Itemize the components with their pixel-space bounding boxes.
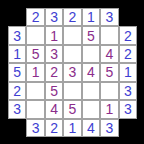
grid-cell-r2c5[interactable]: 4 <box>100 45 118 63</box>
corner-gap <box>8 119 26 137</box>
clue-cell-left-2: 1 <box>8 45 26 63</box>
clue-cell-top-4: 1 <box>82 8 100 26</box>
clue-cell-bottom-5: 3 <box>100 119 118 137</box>
clue-cell-left-3: 5 <box>8 63 26 81</box>
grid-cell-r2c2[interactable]: 3 <box>45 45 63 63</box>
grid-cell-r5c5[interactable]: 1 <box>100 100 118 118</box>
skyscrapers-puzzle-screen: 2321331521534251234512533451332143 <box>0 0 144 144</box>
clue-cell-right-4: 3 <box>119 82 137 100</box>
grid-cell-r4c3[interactable] <box>63 82 81 100</box>
grid-cell-r3c4[interactable]: 4 <box>82 63 100 81</box>
grid-cell-r5c2[interactable]: 4 <box>45 100 63 118</box>
corner-gap <box>119 119 137 137</box>
clue-cell-right-2: 2 <box>119 45 137 63</box>
clue-cell-right-1: 2 <box>119 26 137 44</box>
grid-cell-r1c3[interactable] <box>63 26 81 44</box>
corner-gap <box>8 8 26 26</box>
skyscrapers-board: 2321331521534251234512533451332143 <box>8 8 137 137</box>
grid-cell-r3c5[interactable]: 5 <box>100 63 118 81</box>
grid-cell-r4c1[interactable] <box>26 82 44 100</box>
clue-cell-top-5: 3 <box>100 8 118 26</box>
grid-cell-r2c1[interactable]: 5 <box>26 45 44 63</box>
grid-cell-r3c1[interactable]: 1 <box>26 63 44 81</box>
clue-cell-bottom-4: 4 <box>82 119 100 137</box>
grid-cell-r1c4[interactable]: 5 <box>82 26 100 44</box>
grid-cell-r2c4[interactable] <box>82 45 100 63</box>
grid-cell-r4c2[interactable]: 5 <box>45 82 63 100</box>
grid-cell-r2c3[interactable] <box>63 45 81 63</box>
grid-cell-r4c5[interactable] <box>100 82 118 100</box>
grid-cell-r3c2[interactable]: 2 <box>45 63 63 81</box>
grid-cell-r1c5[interactable] <box>100 26 118 44</box>
clue-cell-top-1: 2 <box>26 8 44 26</box>
grid-cell-r5c4[interactable] <box>82 100 100 118</box>
clue-cell-top-3: 2 <box>63 8 81 26</box>
grid-cell-r5c1[interactable] <box>26 100 44 118</box>
grid-cell-r3c3[interactable]: 3 <box>63 63 81 81</box>
clue-cell-bottom-3: 1 <box>63 119 81 137</box>
clue-cell-right-5: 3 <box>119 100 137 118</box>
grid-cell-r1c1[interactable] <box>26 26 44 44</box>
clue-cell-left-4: 2 <box>8 82 26 100</box>
grid-cell-r5c3[interactable]: 5 <box>63 100 81 118</box>
clue-cell-left-1: 3 <box>8 26 26 44</box>
grid-cell-r4c4[interactable] <box>82 82 100 100</box>
clue-cell-bottom-2: 2 <box>45 119 63 137</box>
grid-cell-r1c2[interactable]: 1 <box>45 26 63 44</box>
clue-cell-left-5: 3 <box>8 100 26 118</box>
clue-cell-bottom-1: 3 <box>26 119 44 137</box>
corner-gap <box>119 8 137 26</box>
clue-cell-top-2: 3 <box>45 8 63 26</box>
clue-cell-right-3: 1 <box>119 63 137 81</box>
